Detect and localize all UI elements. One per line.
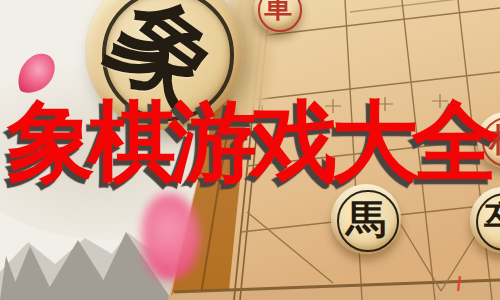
blurred-petal — [142, 194, 200, 280]
piece-character: 車 — [264, 0, 292, 22]
piece-black-horse[interactable]: 馬 — [331, 184, 401, 254]
banner-title: 象棋游戏大全 — [0, 96, 500, 188]
piece-character: 卒 — [484, 201, 500, 239]
piece-character: 馬 — [346, 199, 386, 239]
